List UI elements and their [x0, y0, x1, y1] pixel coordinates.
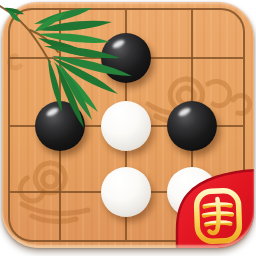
bamboo-leaves	[4, 8, 132, 128]
bamboo-leaf	[48, 58, 62, 112]
bamboo-branch-icon	[0, 0, 256, 256]
app-icon-canvas: 围	[0, 0, 256, 256]
